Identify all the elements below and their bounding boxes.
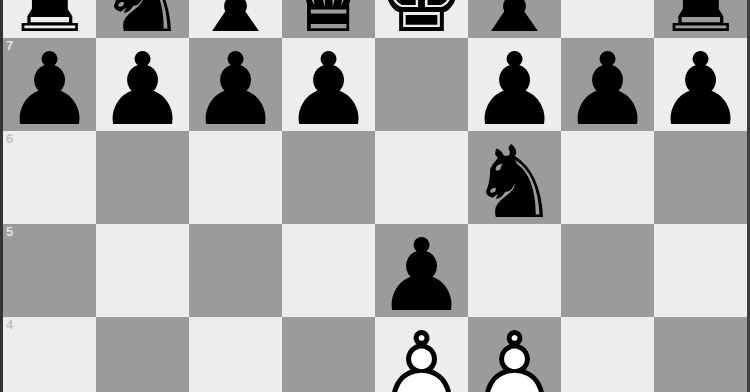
square-e7[interactable] — [375, 38, 468, 131]
square-c4[interactable] — [189, 317, 282, 392]
square-g4[interactable] — [561, 317, 654, 392]
black-pawn: ♟ — [5, 43, 95, 136]
black-pawn: ♟ — [284, 43, 374, 136]
square-e8[interactable]: ♚ — [375, 0, 468, 38]
square-e6[interactable] — [375, 131, 468, 224]
square-d5[interactable] — [282, 224, 375, 317]
square-h4[interactable] — [654, 317, 747, 392]
square-b5[interactable] — [96, 224, 189, 317]
square-d7[interactable]: ♟ — [282, 38, 375, 131]
black-pawn: ♟ — [563, 43, 653, 136]
square-c6[interactable] — [189, 131, 282, 224]
black-pawn: ♟ — [191, 43, 281, 136]
square-h7[interactable]: ♟ — [654, 38, 747, 131]
rank-label-4: 4 — [6, 318, 13, 332]
square-c7[interactable]: ♟ — [189, 38, 282, 131]
square-a7[interactable]: 7♟ — [3, 38, 96, 131]
white-pawn-outline: ♙ — [470, 310, 560, 392]
square-a4[interactable]: 4 — [3, 317, 96, 392]
square-d6[interactable] — [282, 131, 375, 224]
black-knight: ♞ — [470, 136, 560, 229]
rank-label-5: 5 — [6, 225, 13, 239]
black-king: ♚ — [377, 0, 467, 43]
square-h6[interactable] — [654, 131, 747, 224]
square-g7[interactable]: ♟ — [561, 38, 654, 131]
square-f7[interactable]: ♟ — [468, 38, 561, 131]
rank-label-6: 6 — [6, 132, 13, 146]
square-e4[interactable]: ♟♙ — [375, 317, 468, 392]
square-b4[interactable] — [96, 317, 189, 392]
black-pawn: ♟ — [470, 43, 560, 136]
black-pawn: ♟ — [377, 229, 467, 322]
square-e5[interactable]: ♟ — [375, 224, 468, 317]
black-pawn: ♟ — [656, 43, 746, 136]
chessboard-screenshot: ♜♞♝♛♚♝♜7♟♟♟♟♟♟♟6♞5♟4♟♙♟♙ — [0, 0, 750, 392]
square-c5[interactable] — [189, 224, 282, 317]
square-a5[interactable]: 5 — [3, 224, 96, 317]
square-f6[interactable]: ♞ — [468, 131, 561, 224]
square-g6[interactable] — [561, 131, 654, 224]
square-d4[interactable] — [282, 317, 375, 392]
square-f4[interactable]: ♟♙ — [468, 317, 561, 392]
square-f5[interactable] — [468, 224, 561, 317]
square-g5[interactable] — [561, 224, 654, 317]
square-b7[interactable]: ♟ — [96, 38, 189, 131]
chess-board: ♜♞♝♛♚♝♜7♟♟♟♟♟♟♟6♞5♟4♟♙♟♙ — [0, 0, 750, 392]
square-h5[interactable] — [654, 224, 747, 317]
white-pawn: ♟♙ — [377, 322, 467, 392]
black-pawn: ♟ — [98, 43, 188, 136]
square-b6[interactable] — [96, 131, 189, 224]
square-a6[interactable]: 6 — [3, 131, 96, 224]
white-pawn: ♟♙ — [470, 322, 560, 392]
white-pawn-outline: ♙ — [377, 310, 467, 392]
